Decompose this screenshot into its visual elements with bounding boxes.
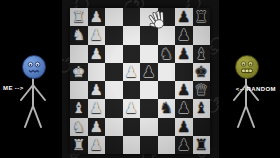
square-g3[interactable]: ♟	[175, 99, 193, 117]
square-d4[interactable]	[123, 81, 141, 99]
piece-black-queen[interactable]: ♛	[195, 81, 208, 99]
square-h1[interactable]: ♜	[193, 136, 211, 154]
piece-white-pawn[interactable]: ♟	[90, 118, 103, 136]
piece-white-knight[interactable]: ♞	[72, 118, 85, 136]
square-e2[interactable]	[140, 118, 158, 136]
piece-white-rook[interactable]: ♜	[72, 8, 85, 26]
player-random-label: <-- RANDOM	[236, 86, 276, 92]
piece-black-pawn[interactable]: ♟	[177, 45, 190, 63]
square-b8[interactable]: ♟	[88, 8, 106, 26]
square-d6[interactable]	[123, 45, 141, 63]
piece-black-knight[interactable]: ♞	[160, 99, 173, 117]
square-b6[interactable]: ♟	[88, 45, 106, 63]
square-c2[interactable]	[105, 118, 123, 136]
piece-black-pawn[interactable]: ♟	[177, 136, 190, 154]
square-e4[interactable]	[140, 81, 158, 99]
square-f2[interactable]	[158, 118, 176, 136]
square-c4[interactable]	[105, 81, 123, 99]
square-c1[interactable]	[105, 136, 123, 154]
square-g4[interactable]: ♟	[175, 81, 193, 99]
hand-cursor	[145, 8, 169, 32]
square-e6[interactable]	[140, 45, 158, 63]
player-me-label: ME -->	[3, 85, 24, 91]
square-a7[interactable]: ♞	[70, 26, 88, 44]
piece-white-pawn[interactable]: ♟	[90, 81, 103, 99]
player-me-head	[22, 55, 46, 79]
app-window: ♜♟♟♜♞♟♟♟♞♟♝♚♟♟♚♟♟♛♝♟♟♞♟♝♞♟♟♜♟♟♜	[0, 0, 280, 158]
piece-white-bishop[interactable]: ♝	[72, 99, 85, 117]
square-e1[interactable]	[140, 136, 158, 154]
square-h4[interactable]: ♛	[193, 81, 211, 99]
square-f3[interactable]: ♞	[158, 99, 176, 117]
square-b1[interactable]: ♟	[88, 136, 106, 154]
piece-black-rook[interactable]: ♜	[195, 8, 208, 26]
square-c8[interactable]	[105, 8, 123, 26]
piece-white-pawn[interactable]: ♟	[90, 8, 103, 26]
me-face	[23, 56, 45, 78]
piece-white-pawn[interactable]: ♟	[90, 99, 103, 117]
square-h8[interactable]: ♜	[193, 8, 211, 26]
square-a1[interactable]: ♜	[70, 136, 88, 154]
piece-white-knight[interactable]: ♞	[72, 26, 85, 44]
piece-white-pawn[interactable]: ♟	[125, 99, 138, 117]
square-d1[interactable]	[123, 136, 141, 154]
square-a6[interactable]	[70, 45, 88, 63]
piece-black-pawn[interactable]: ♟	[177, 118, 190, 136]
square-e5[interactable]: ♟	[140, 63, 158, 81]
square-d2[interactable]	[123, 118, 141, 136]
square-e3[interactable]	[140, 99, 158, 117]
square-f4[interactable]	[158, 81, 176, 99]
square-d8[interactable]	[123, 8, 141, 26]
piece-black-pawn[interactable]: ♟	[142, 63, 155, 81]
square-g2[interactable]: ♟	[175, 118, 193, 136]
square-b5[interactable]	[88, 63, 106, 81]
piece-white-pawn[interactable]: ♟	[90, 45, 103, 63]
piece-white-king[interactable]: ♚	[72, 63, 85, 81]
piece-black-pawn[interactable]: ♟	[177, 99, 190, 117]
square-h5[interactable]: ♚	[193, 63, 211, 81]
square-b7[interactable]: ♟	[88, 26, 106, 44]
piece-white-rook[interactable]: ♜	[72, 136, 85, 154]
square-f1[interactable]	[158, 136, 176, 154]
random-face	[236, 56, 258, 78]
square-a2[interactable]: ♞	[70, 118, 88, 136]
square-h3[interactable]: ♝	[193, 99, 211, 117]
square-d3[interactable]: ♟	[123, 99, 141, 117]
square-a3[interactable]: ♝	[70, 99, 88, 117]
square-c3[interactable]	[105, 99, 123, 117]
piece-black-pawn[interactable]: ♟	[177, 81, 190, 99]
square-a4[interactable]	[70, 81, 88, 99]
piece-black-knight[interactable]: ♞	[160, 45, 173, 63]
square-b2[interactable]: ♟	[88, 118, 106, 136]
piece-black-king[interactable]: ♚	[195, 63, 208, 81]
square-c6[interactable]	[105, 45, 123, 63]
piece-black-pawn[interactable]: ♟	[177, 8, 190, 26]
square-f6[interactable]: ♞	[158, 45, 176, 63]
player-random-head	[235, 55, 259, 79]
square-g8[interactable]: ♟	[175, 8, 193, 26]
square-c7[interactable]	[105, 26, 123, 44]
square-c5[interactable]	[105, 63, 123, 81]
square-g1[interactable]: ♟	[175, 136, 193, 154]
piece-black-rook[interactable]: ♜	[195, 136, 208, 154]
square-d7[interactable]	[123, 26, 141, 44]
square-a8[interactable]: ♜	[70, 8, 88, 26]
piece-black-bishop[interactable]: ♝	[195, 45, 208, 63]
square-f5[interactable]	[158, 63, 176, 81]
piece-black-bishop[interactable]: ♝	[195, 99, 208, 117]
chess-board[interactable]: ♜♟♟♜♞♟♟♟♞♟♝♚♟♟♚♟♟♛♝♟♟♞♟♝♞♟♟♜♟♟♜	[70, 8, 210, 154]
square-a5[interactable]: ♚	[70, 63, 88, 81]
piece-black-pawn[interactable]: ♟	[177, 26, 190, 44]
piece-white-pawn[interactable]: ♟	[90, 26, 103, 44]
piece-white-pawn[interactable]: ♟	[90, 136, 103, 154]
square-g7[interactable]: ♟	[175, 26, 193, 44]
square-b4[interactable]: ♟	[88, 81, 106, 99]
square-g6[interactable]: ♟	[175, 45, 193, 63]
square-h2[interactable]	[193, 118, 211, 136]
square-b3[interactable]: ♟	[88, 99, 106, 117]
piece-white-pawn[interactable]: ♟	[125, 63, 138, 81]
square-g5[interactable]	[175, 63, 193, 81]
square-h7[interactable]	[193, 26, 211, 44]
square-h6[interactable]: ♝	[193, 45, 211, 63]
square-d5[interactable]: ♟	[123, 63, 141, 81]
